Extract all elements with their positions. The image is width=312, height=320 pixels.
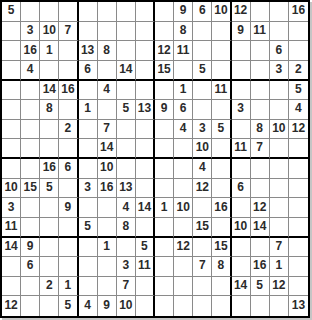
cell-r3c5-given[interactable]: 13 xyxy=(79,41,98,61)
cell-r5c1-empty[interactable] xyxy=(2,81,21,101)
cell-r10c10-empty[interactable] xyxy=(174,179,193,199)
cell-r6c7-given[interactable]: 5 xyxy=(117,100,136,120)
cell-r16c14-empty[interactable] xyxy=(251,296,270,316)
cell-r15c8-empty[interactable] xyxy=(136,277,155,297)
cell-r8c7-empty[interactable] xyxy=(117,139,136,159)
cell-r12c1-given[interactable]: 11 xyxy=(2,218,21,238)
cell-r3c10-given[interactable]: 11 xyxy=(174,41,193,61)
cell-r4c6-empty[interactable] xyxy=(98,61,117,81)
cell-r8c10-empty[interactable] xyxy=(174,139,193,159)
cell-r2c10-given[interactable]: 8 xyxy=(174,22,193,42)
cell-r16c11-empty[interactable] xyxy=(193,296,212,316)
cell-r14c8-given[interactable]: 11 xyxy=(136,257,155,277)
cell-r11c7-given[interactable]: 4 xyxy=(117,198,136,218)
cell-r14c3-empty[interactable] xyxy=(40,257,59,277)
cell-r9c10-empty[interactable] xyxy=(174,159,193,179)
cell-r10c7-given[interactable]: 13 xyxy=(117,179,136,199)
cell-r10c2-given[interactable]: 15 xyxy=(21,179,40,199)
cell-r4c12-empty[interactable] xyxy=(212,61,231,81)
cell-r13c3-empty[interactable] xyxy=(40,238,59,258)
cell-r7c9-empty[interactable] xyxy=(155,120,174,140)
cell-r14c14-given[interactable]: 16 xyxy=(251,257,270,277)
cell-r5c13-empty[interactable] xyxy=(232,81,251,101)
cell-r8c15-empty[interactable] xyxy=(270,139,289,159)
cell-r8c13-given[interactable]: 11 xyxy=(232,139,251,159)
cell-r5c3-given[interactable]: 14 xyxy=(40,81,59,101)
cell-r3c8-empty[interactable] xyxy=(136,41,155,61)
cell-r12c3-empty[interactable] xyxy=(40,218,59,238)
cell-r7c5-empty[interactable] xyxy=(79,120,98,140)
cell-r15c16-empty[interactable] xyxy=(289,277,308,297)
cell-r8c8-empty[interactable] xyxy=(136,139,155,159)
cell-r3c13-empty[interactable] xyxy=(232,41,251,61)
cell-r4c5-given[interactable]: 6 xyxy=(79,61,98,81)
cell-r2c1-empty[interactable] xyxy=(2,22,21,42)
cell-r5c12-given[interactable]: 11 xyxy=(212,81,231,101)
cell-r6c1-empty[interactable] xyxy=(2,100,21,120)
cell-r16c2-empty[interactable] xyxy=(21,296,40,316)
cell-r14c1-empty[interactable] xyxy=(2,257,21,277)
cell-r2c9-empty[interactable] xyxy=(155,22,174,42)
cell-r4c4-empty[interactable] xyxy=(59,61,78,81)
cell-r1c16-given[interactable]: 16 xyxy=(289,2,308,22)
cell-r1c3-empty[interactable] xyxy=(40,2,59,22)
cell-r10c13-given[interactable]: 6 xyxy=(232,179,251,199)
cell-r10c11-given[interactable]: 12 xyxy=(193,179,212,199)
cell-r11c4-given[interactable]: 9 xyxy=(59,198,78,218)
cell-r16c3-empty[interactable] xyxy=(40,296,59,316)
cell-r10c16-empty[interactable] xyxy=(289,179,308,199)
cell-r8c12-empty[interactable] xyxy=(212,139,231,159)
cell-r4c11-given[interactable]: 5 xyxy=(193,61,212,81)
cell-r8c14-given[interactable]: 7 xyxy=(251,139,270,159)
cell-r6c12-empty[interactable] xyxy=(212,100,231,120)
cell-r16c12-empty[interactable] xyxy=(212,296,231,316)
cell-r13c14-empty[interactable] xyxy=(251,238,270,258)
cell-r13c11-empty[interactable] xyxy=(193,238,212,258)
cell-r9c1-empty[interactable] xyxy=(2,159,21,179)
cell-r9c11-given[interactable]: 4 xyxy=(193,159,212,179)
cell-r7c13-empty[interactable] xyxy=(232,120,251,140)
cell-r9c9-empty[interactable] xyxy=(155,159,174,179)
cell-r5c14-empty[interactable] xyxy=(251,81,270,101)
cell-r2c13-given[interactable]: 9 xyxy=(232,22,251,42)
cell-r4c14-empty[interactable] xyxy=(251,61,270,81)
cell-r3c7-empty[interactable] xyxy=(117,41,136,61)
cell-r12c10-empty[interactable] xyxy=(174,218,193,238)
cell-r16c16-given[interactable]: 13 xyxy=(289,296,308,316)
cell-r12c4-empty[interactable] xyxy=(59,218,78,238)
cell-r3c12-empty[interactable] xyxy=(212,41,231,61)
cell-r6c10-given[interactable]: 6 xyxy=(174,100,193,120)
cell-r10c14-empty[interactable] xyxy=(251,179,270,199)
cell-r1c5-empty[interactable] xyxy=(79,2,98,22)
cell-r7c3-empty[interactable] xyxy=(40,120,59,140)
cell-r12c11-given[interactable]: 15 xyxy=(193,218,212,238)
cell-r5c7-empty[interactable] xyxy=(117,81,136,101)
cell-r11c10-given[interactable]: 10 xyxy=(174,198,193,218)
cell-r5c10-given[interactable]: 1 xyxy=(174,81,193,101)
cell-r14c4-empty[interactable] xyxy=(59,257,78,277)
cell-r11c15-empty[interactable] xyxy=(270,198,289,218)
cell-r13c7-empty[interactable] xyxy=(117,238,136,258)
cell-r9c14-empty[interactable] xyxy=(251,159,270,179)
cell-r16c9-empty[interactable] xyxy=(155,296,174,316)
cell-r6c5-given[interactable]: 1 xyxy=(79,100,98,120)
cell-r3c16-empty[interactable] xyxy=(289,41,308,61)
cell-r10c1-given[interactable]: 10 xyxy=(2,179,21,199)
cell-r6c2-empty[interactable] xyxy=(21,100,40,120)
cell-r6c8-given[interactable]: 13 xyxy=(136,100,155,120)
cell-r9c5-empty[interactable] xyxy=(79,159,98,179)
cell-r11c5-empty[interactable] xyxy=(79,198,98,218)
cell-r13c16-empty[interactable] xyxy=(289,238,308,258)
cell-r9c13-empty[interactable] xyxy=(232,159,251,179)
cell-r16c15-empty[interactable] xyxy=(270,296,289,316)
cell-r4c16-given[interactable]: 2 xyxy=(289,61,308,81)
cell-r1c15-empty[interactable] xyxy=(270,2,289,22)
cell-r2c12-empty[interactable] xyxy=(212,22,231,42)
cell-r3c2-given[interactable]: 16 xyxy=(21,41,40,61)
cell-r1c10-given[interactable]: 9 xyxy=(174,2,193,22)
cell-r14c13-empty[interactable] xyxy=(232,257,251,277)
cell-r6c3-given[interactable]: 8 xyxy=(40,100,59,120)
cell-r2c7-empty[interactable] xyxy=(117,22,136,42)
cell-r4c7-given[interactable]: 14 xyxy=(117,61,136,81)
cell-r15c12-empty[interactable] xyxy=(212,277,231,297)
cell-r5c16-given[interactable]: 5 xyxy=(289,81,308,101)
cell-r16c10-empty[interactable] xyxy=(174,296,193,316)
cell-r9c6-given[interactable]: 10 xyxy=(98,159,117,179)
cell-r9c12-empty[interactable] xyxy=(212,159,231,179)
cell-r8c9-empty[interactable] xyxy=(155,139,174,159)
cell-r5c6-given[interactable]: 4 xyxy=(98,81,117,101)
cell-r16c4-given[interactable]: 5 xyxy=(59,296,78,316)
cell-r5c11-empty[interactable] xyxy=(193,81,212,101)
cell-r12c2-empty[interactable] xyxy=(21,218,40,238)
cell-r15c4-given[interactable]: 1 xyxy=(59,277,78,297)
cell-r15c7-given[interactable]: 7 xyxy=(117,277,136,297)
cell-r4c3-empty[interactable] xyxy=(40,61,59,81)
cell-r3c4-empty[interactable] xyxy=(59,41,78,61)
cell-r12c15-empty[interactable] xyxy=(270,218,289,238)
cell-r13c4-empty[interactable] xyxy=(59,238,78,258)
cell-r13c6-given[interactable]: 1 xyxy=(98,238,117,258)
cell-r8c4-empty[interactable] xyxy=(59,139,78,159)
cell-r3c15-given[interactable]: 6 xyxy=(270,41,289,61)
cell-r2c8-empty[interactable] xyxy=(136,22,155,42)
cell-r15c10-empty[interactable] xyxy=(174,277,193,297)
cell-r3c6-given[interactable]: 8 xyxy=(98,41,117,61)
cell-r8c5-empty[interactable] xyxy=(79,139,98,159)
cell-r5c4-given[interactable]: 16 xyxy=(59,81,78,101)
cell-r15c13-given[interactable]: 14 xyxy=(232,277,251,297)
cell-r13c2-given[interactable]: 9 xyxy=(21,238,40,258)
cell-r13c5-empty[interactable] xyxy=(79,238,98,258)
cell-r1c1-given[interactable]: 5 xyxy=(2,2,21,22)
cell-r16c1-given[interactable]: 12 xyxy=(2,296,21,316)
cell-r2c15-empty[interactable] xyxy=(270,22,289,42)
cell-r8c16-empty[interactable] xyxy=(289,139,308,159)
cell-r11c13-empty[interactable] xyxy=(232,198,251,218)
cell-r3c9-given[interactable]: 12 xyxy=(155,41,174,61)
cell-r15c2-empty[interactable] xyxy=(21,277,40,297)
cell-r15c6-empty[interactable] xyxy=(98,277,117,297)
cell-r7c7-empty[interactable] xyxy=(117,120,136,140)
cell-r3c1-empty[interactable] xyxy=(2,41,21,61)
cell-r9c16-empty[interactable] xyxy=(289,159,308,179)
cell-r14c2-given[interactable]: 6 xyxy=(21,257,40,277)
cell-r10c12-empty[interactable] xyxy=(212,179,231,199)
cell-r12c14-given[interactable]: 14 xyxy=(251,218,270,238)
cell-r12c7-given[interactable]: 8 xyxy=(117,218,136,238)
cell-r11c1-given[interactable]: 3 xyxy=(2,198,21,218)
cell-r2c5-empty[interactable] xyxy=(79,22,98,42)
cell-r5c9-empty[interactable] xyxy=(155,81,174,101)
cell-r16c8-empty[interactable] xyxy=(136,296,155,316)
cell-r7c11-given[interactable]: 3 xyxy=(193,120,212,140)
cell-r1c11-given[interactable]: 6 xyxy=(193,2,212,22)
cell-r2c6-empty[interactable] xyxy=(98,22,117,42)
cell-r4c8-empty[interactable] xyxy=(136,61,155,81)
cell-r7c12-given[interactable]: 5 xyxy=(212,120,231,140)
cell-r6c16-given[interactable]: 4 xyxy=(289,100,308,120)
cell-r4c1-empty[interactable] xyxy=(2,61,21,81)
cell-r14c11-given[interactable]: 7 xyxy=(193,257,212,277)
cell-r2c4-given[interactable]: 7 xyxy=(59,22,78,42)
cell-r13c15-given[interactable]: 7 xyxy=(270,238,289,258)
cell-r9c2-empty[interactable] xyxy=(21,159,40,179)
cell-r10c15-empty[interactable] xyxy=(270,179,289,199)
cell-r16c13-empty[interactable] xyxy=(232,296,251,316)
cell-r15c3-given[interactable]: 2 xyxy=(40,277,59,297)
cell-r15c5-empty[interactable] xyxy=(79,277,98,297)
cell-r6c4-empty[interactable] xyxy=(59,100,78,120)
cell-r4c15-given[interactable]: 3 xyxy=(270,61,289,81)
cell-r9c7-empty[interactable] xyxy=(117,159,136,179)
cell-r12c6-empty[interactable] xyxy=(98,218,117,238)
cell-r1c14-empty[interactable] xyxy=(251,2,270,22)
cell-r6c15-empty[interactable] xyxy=(270,100,289,120)
cell-r12c5-given[interactable]: 5 xyxy=(79,218,98,238)
cell-r10c5-given[interactable]: 3 xyxy=(79,179,98,199)
cell-r1c8-empty[interactable] xyxy=(136,2,155,22)
cell-r8c11-given[interactable]: 10 xyxy=(193,139,212,159)
cell-r5c5-empty[interactable] xyxy=(79,81,98,101)
cell-r3c11-empty[interactable] xyxy=(193,41,212,61)
cell-r13c8-given[interactable]: 5 xyxy=(136,238,155,258)
cell-r5c8-empty[interactable] xyxy=(136,81,155,101)
cell-r1c6-empty[interactable] xyxy=(98,2,117,22)
cell-r14c5-empty[interactable] xyxy=(79,257,98,277)
cell-r11c14-given[interactable]: 12 xyxy=(251,198,270,218)
cell-r15c1-empty[interactable] xyxy=(2,277,21,297)
cell-r11c6-empty[interactable] xyxy=(98,198,117,218)
cell-r1c4-empty[interactable] xyxy=(59,2,78,22)
cell-r12c8-empty[interactable] xyxy=(136,218,155,238)
cell-r11c8-given[interactable]: 14 xyxy=(136,198,155,218)
cell-r6c9-given[interactable]: 9 xyxy=(155,100,174,120)
cell-r3c14-empty[interactable] xyxy=(251,41,270,61)
cell-r13c1-given[interactable]: 14 xyxy=(2,238,21,258)
cell-r13c13-empty[interactable] xyxy=(232,238,251,258)
cell-r9c3-given[interactable]: 16 xyxy=(40,159,59,179)
cell-r15c9-empty[interactable] xyxy=(155,277,174,297)
cell-r9c15-empty[interactable] xyxy=(270,159,289,179)
cell-r5c2-empty[interactable] xyxy=(21,81,40,101)
cell-r4c10-empty[interactable] xyxy=(174,61,193,81)
cell-r15c11-empty[interactable] xyxy=(193,277,212,297)
cell-r6c6-empty[interactable] xyxy=(98,100,117,120)
cell-r7c8-empty[interactable] xyxy=(136,120,155,140)
cell-r6c14-empty[interactable] xyxy=(251,100,270,120)
cell-r1c13-given[interactable]: 12 xyxy=(232,2,251,22)
cell-r10c3-given[interactable]: 5 xyxy=(40,179,59,199)
cell-r2c11-empty[interactable] xyxy=(193,22,212,42)
cell-r1c9-empty[interactable] xyxy=(155,2,174,22)
cell-r16c5-given[interactable]: 4 xyxy=(79,296,98,316)
cell-r1c2-empty[interactable] xyxy=(21,2,40,22)
cell-r10c8-empty[interactable] xyxy=(136,179,155,199)
cell-r11c11-empty[interactable] xyxy=(193,198,212,218)
cell-r8c6-given[interactable]: 14 xyxy=(98,139,117,159)
cell-r14c10-empty[interactable] xyxy=(174,257,193,277)
cell-r11c2-empty[interactable] xyxy=(21,198,40,218)
cell-r4c2-given[interactable]: 4 xyxy=(21,61,40,81)
cell-r1c12-given[interactable]: 10 xyxy=(212,2,231,22)
cell-r3c3-given[interactable]: 1 xyxy=(40,41,59,61)
sudoku-page: 5961012163107891116113812116461415532141… xyxy=(0,0,312,320)
cell-r7c16-given[interactable]: 12 xyxy=(289,120,308,140)
cell-r7c2-empty[interactable] xyxy=(21,120,40,140)
cell-r7c6-given[interactable]: 7 xyxy=(98,120,117,140)
cell-r12c12-empty[interactable] xyxy=(212,218,231,238)
cell-r13c10-given[interactable]: 12 xyxy=(174,238,193,258)
cell-r16c7-given[interactable]: 10 xyxy=(117,296,136,316)
sudoku-board: 5961012163107891116113812116461415532141… xyxy=(0,0,310,318)
cell-r4c13-empty[interactable] xyxy=(232,61,251,81)
cell-r14c15-given[interactable]: 1 xyxy=(270,257,289,277)
cell-r7c4-given[interactable]: 2 xyxy=(59,120,78,140)
cell-r12c9-empty[interactable] xyxy=(155,218,174,238)
cell-r11c16-empty[interactable] xyxy=(289,198,308,218)
cell-r7c10-given[interactable]: 4 xyxy=(174,120,193,140)
cell-r5c15-empty[interactable] xyxy=(270,81,289,101)
cell-r6c13-given[interactable]: 3 xyxy=(232,100,251,120)
cell-r6c11-empty[interactable] xyxy=(193,100,212,120)
cell-r14c6-empty[interactable] xyxy=(98,257,117,277)
cell-r2c14-given[interactable]: 11 xyxy=(251,22,270,42)
cell-r9c8-empty[interactable] xyxy=(136,159,155,179)
cell-r16c6-given[interactable]: 9 xyxy=(98,296,117,316)
cell-r7c15-given[interactable]: 10 xyxy=(270,120,289,140)
cell-r13c9-empty[interactable] xyxy=(155,238,174,258)
cell-r12c16-empty[interactable] xyxy=(289,218,308,238)
cell-r14c12-given[interactable]: 8 xyxy=(212,257,231,277)
cell-r14c9-empty[interactable] xyxy=(155,257,174,277)
cell-r15c14-given[interactable]: 5 xyxy=(251,277,270,297)
cell-r14c7-given[interactable]: 3 xyxy=(117,257,136,277)
cell-r11c12-given[interactable]: 16 xyxy=(212,198,231,218)
cell-r11c9-given[interactable]: 1 xyxy=(155,198,174,218)
cell-r8c2-empty[interactable] xyxy=(21,139,40,159)
cell-r10c9-empty[interactable] xyxy=(155,179,174,199)
cell-r8c1-empty[interactable] xyxy=(2,139,21,159)
cell-r9c4-given[interactable]: 6 xyxy=(59,159,78,179)
cell-r13c12-given[interactable]: 15 xyxy=(212,238,231,258)
cell-r7c14-given[interactable]: 8 xyxy=(251,120,270,140)
cell-r10c4-empty[interactable] xyxy=(59,179,78,199)
cell-r8c3-empty[interactable] xyxy=(40,139,59,159)
cell-r2c16-empty[interactable] xyxy=(289,22,308,42)
cell-r4c9-given[interactable]: 15 xyxy=(155,61,174,81)
cell-r10c6-given[interactable]: 16 xyxy=(98,179,117,199)
cell-r14c16-empty[interactable] xyxy=(289,257,308,277)
cell-r2c3-given[interactable]: 10 xyxy=(40,22,59,42)
cell-r1c7-empty[interactable] xyxy=(117,2,136,22)
cell-r12c13-given[interactable]: 10 xyxy=(232,218,251,238)
cell-r2c2-given[interactable]: 3 xyxy=(21,22,40,42)
cell-r11c3-empty[interactable] xyxy=(40,198,59,218)
cell-r15c15-given[interactable]: 12 xyxy=(270,277,289,297)
cell-r7c1-empty[interactable] xyxy=(2,120,21,140)
